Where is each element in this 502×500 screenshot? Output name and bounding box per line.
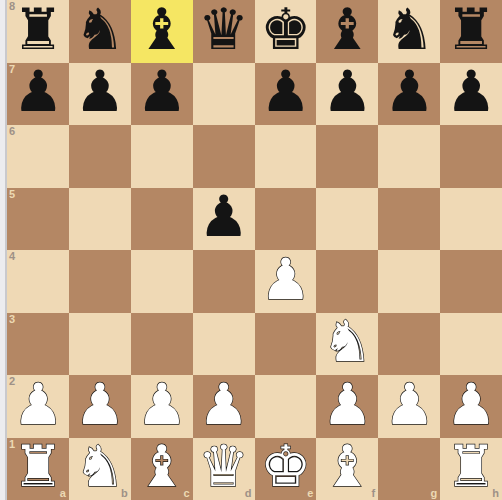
square-d2[interactable]: ♟ — [193, 375, 255, 438]
square-f4[interactable] — [316, 250, 378, 313]
square-b4[interactable] — [69, 250, 131, 313]
black-knight[interactable]: ♞ — [384, 1, 435, 58]
square-g7[interactable]: ♟ — [378, 63, 440, 126]
square-e1[interactable]: e♚ — [255, 438, 317, 500]
square-d6[interactable] — [193, 125, 255, 188]
rank-label-4: 4 — [9, 251, 15, 262]
white-knight[interactable]: ♞ — [322, 313, 373, 370]
square-a6[interactable]: 6 — [7, 125, 69, 188]
square-b1[interactable]: b♞ — [69, 438, 131, 500]
square-e2[interactable] — [255, 375, 317, 438]
square-a4[interactable]: 4 — [7, 250, 69, 313]
square-f2[interactable]: ♟ — [316, 375, 378, 438]
square-e8[interactable]: ♚ — [255, 0, 317, 63]
white-bishop[interactable]: ♝ — [322, 438, 373, 495]
square-d1[interactable]: d♛ — [193, 438, 255, 500]
square-d7[interactable] — [193, 63, 255, 126]
square-a1[interactable]: 1a♜ — [7, 438, 69, 500]
rank-label-3: 3 — [9, 314, 15, 325]
square-c6[interactable] — [131, 125, 193, 188]
square-d3[interactable] — [193, 313, 255, 376]
square-c2[interactable]: ♟ — [131, 375, 193, 438]
square-c7[interactable]: ♟ — [131, 63, 193, 126]
square-c3[interactable] — [131, 313, 193, 376]
square-a5[interactable]: 5 — [7, 188, 69, 251]
square-c8[interactable]: ♝ — [131, 0, 193, 63]
square-f8[interactable]: ♝ — [316, 0, 378, 63]
square-g6[interactable] — [378, 125, 440, 188]
square-h2[interactable]: ♟ — [440, 375, 502, 438]
black-bishop[interactable]: ♝ — [322, 1, 373, 58]
square-e6[interactable] — [255, 125, 317, 188]
square-e3[interactable] — [255, 313, 317, 376]
square-c4[interactable] — [131, 250, 193, 313]
square-c1[interactable]: c♝ — [131, 438, 193, 500]
square-e4[interactable]: ♟ — [255, 250, 317, 313]
black-pawn[interactable]: ♟ — [384, 63, 435, 120]
square-e7[interactable]: ♟ — [255, 63, 317, 126]
black-pawn[interactable]: ♟ — [260, 63, 311, 120]
square-g3[interactable] — [378, 313, 440, 376]
black-pawn[interactable]: ♟ — [74, 63, 125, 120]
square-a3[interactable]: 3 — [7, 313, 69, 376]
square-a7[interactable]: 7♟ — [7, 63, 69, 126]
file-label-g: g — [430, 488, 437, 499]
chess-board[interactable]: 8♜♞♝♛♚♝♞♜7♟♟♟♟♟♟♟65♟4♟3♞2♟♟♟♟♟♟♟1a♜b♞c♝d… — [7, 0, 502, 500]
square-b2[interactable]: ♟ — [69, 375, 131, 438]
square-g5[interactable] — [378, 188, 440, 251]
black-rook[interactable]: ♜ — [12, 1, 63, 58]
white-pawn[interactable]: ♟ — [136, 376, 187, 433]
white-king[interactable]: ♚ — [260, 438, 311, 495]
square-f7[interactable]: ♟ — [316, 63, 378, 126]
white-rook[interactable]: ♜ — [12, 438, 63, 495]
square-c5[interactable] — [131, 188, 193, 251]
black-pawn[interactable]: ♟ — [136, 63, 187, 120]
square-f6[interactable] — [316, 125, 378, 188]
square-f3[interactable]: ♞ — [316, 313, 378, 376]
square-f1[interactable]: f♝ — [316, 438, 378, 500]
white-bishop[interactable]: ♝ — [136, 438, 187, 495]
square-h8[interactable]: ♜ — [440, 0, 502, 63]
black-pawn[interactable]: ♟ — [322, 63, 373, 120]
square-b5[interactable] — [69, 188, 131, 251]
square-h7[interactable]: ♟ — [440, 63, 502, 126]
square-d5[interactable]: ♟ — [193, 188, 255, 251]
white-rook[interactable]: ♜ — [446, 438, 497, 495]
black-rook[interactable]: ♜ — [446, 1, 497, 58]
black-queen[interactable]: ♛ — [198, 1, 249, 58]
rank-label-6: 6 — [9, 126, 15, 137]
square-g8[interactable]: ♞ — [378, 0, 440, 63]
black-knight[interactable]: ♞ — [74, 1, 125, 58]
white-pawn[interactable]: ♟ — [12, 376, 63, 433]
square-h6[interactable] — [440, 125, 502, 188]
black-bishop[interactable]: ♝ — [136, 1, 187, 58]
white-queen[interactable]: ♛ — [198, 438, 249, 495]
square-a2[interactable]: 2♟ — [7, 375, 69, 438]
window-edge-strip — [0, 0, 7, 500]
square-h3[interactable] — [440, 313, 502, 376]
square-b3[interactable] — [69, 313, 131, 376]
white-pawn[interactable]: ♟ — [260, 251, 311, 308]
chess-app-window: 8♜♞♝♛♚♝♞♜7♟♟♟♟♟♟♟65♟4♟3♞2♟♟♟♟♟♟♟1a♜b♞c♝d… — [0, 0, 502, 500]
square-f5[interactable] — [316, 188, 378, 251]
square-g4[interactable] — [378, 250, 440, 313]
white-knight[interactable]: ♞ — [74, 438, 125, 495]
square-h4[interactable] — [440, 250, 502, 313]
white-pawn[interactable]: ♟ — [74, 376, 125, 433]
square-h5[interactable] — [440, 188, 502, 251]
square-d4[interactable] — [193, 250, 255, 313]
black-pawn[interactable]: ♟ — [198, 188, 249, 245]
square-d8[interactable]: ♛ — [193, 0, 255, 63]
black-king[interactable]: ♚ — [260, 1, 311, 58]
white-pawn[interactable]: ♟ — [384, 376, 435, 433]
white-pawn[interactable]: ♟ — [446, 376, 497, 433]
white-pawn[interactable]: ♟ — [198, 376, 249, 433]
white-pawn[interactable]: ♟ — [322, 376, 373, 433]
square-h1[interactable]: h♜ — [440, 438, 502, 500]
black-pawn[interactable]: ♟ — [446, 63, 497, 120]
rank-label-5: 5 — [9, 189, 15, 200]
square-b8[interactable]: ♞ — [69, 0, 131, 63]
square-g2[interactable]: ♟ — [378, 375, 440, 438]
square-a8[interactable]: 8♜ — [7, 0, 69, 63]
square-g1[interactable]: g — [378, 438, 440, 500]
square-b7[interactable]: ♟ — [69, 63, 131, 126]
square-b6[interactable] — [69, 125, 131, 188]
square-e5[interactable] — [255, 188, 317, 251]
black-pawn[interactable]: ♟ — [12, 63, 63, 120]
